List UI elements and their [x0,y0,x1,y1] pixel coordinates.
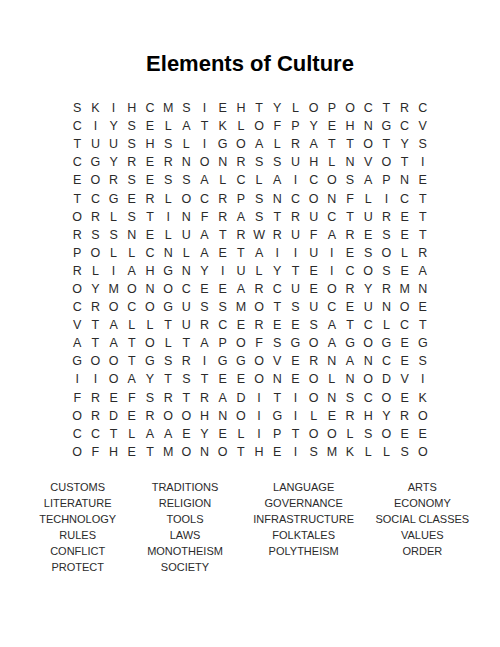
word-list-column: TRADITIONSRELIGIONTOOLSLAWSMONOTHEISMSOC… [131,479,238,575]
grid-cell: L [141,316,159,334]
grid-cell: Y [105,153,123,171]
grid-cell: M [323,443,341,461]
grid-cell: S [159,352,177,370]
grid-cell: S [177,99,195,117]
grid-cell: Y [377,407,395,425]
grid-cell: Y [305,117,323,135]
word-list: CUSTOMSLITERATURETECHNOLOGYRULESCONFLICT… [24,479,476,575]
grid-cell: L [359,189,377,207]
grid-cell: L [177,135,195,153]
grid-cell: H [123,99,141,117]
grid-cell: C [86,189,104,207]
grid-cell: E [341,244,359,262]
grid-cell: H [250,443,268,461]
grid-cell: E [232,316,250,334]
grid-cell: T [377,135,395,153]
grid-cell: O [250,352,268,370]
grid-cell: O [359,334,377,352]
grid-cell: E [141,226,159,244]
grid-cell: S [105,226,123,244]
grid-cell: O [68,280,86,298]
grid-cell: R [86,407,104,425]
grid-cell: V [396,370,414,388]
grid-cell: O [250,117,268,135]
grid-cell: O [105,370,123,388]
grid-cell: U [305,244,323,262]
word-item: GOVERNANCE [239,495,369,511]
grid-cell: N [323,352,341,370]
grid-cell: T [195,117,213,135]
grid-cell: I [214,262,232,280]
grid-cell: G [105,189,123,207]
grid-cell: S [141,389,159,407]
grid-cell: G [68,352,86,370]
grid-cell: E [105,389,123,407]
grid-cell: T [396,153,414,171]
grid-cell: O [341,99,359,117]
grid-cell: N [195,443,213,461]
grid-cell: T [377,99,395,117]
grid-cell: R [341,407,359,425]
grid-cell: O [250,298,268,316]
grid-cell: R [141,189,159,207]
grid-cell: C [305,171,323,189]
word-item: LANGUAGE [239,479,369,495]
word-item: ARTS [369,479,476,495]
grid-cell: C [396,316,414,334]
grid-cell: L [232,117,250,135]
grid-cell: T [268,389,286,407]
grid-cell: T [341,135,359,153]
grid-cell: A [232,208,250,226]
grid-cell: E [396,262,414,280]
grid-cell: U [232,262,250,280]
word-item: TECHNOLOGY [24,511,131,527]
grid-cell: R [377,208,395,226]
grid-cell: I [286,244,304,262]
word-item: FOLKTALES [239,527,369,543]
grid-cell: C [323,298,341,316]
word-search-page: Elements of Culture SKIHCMSIEHTYLOPOCTRC… [0,0,500,647]
grid-cell: O [305,370,323,388]
grid-cell: C [396,117,414,135]
grid-cell: S [159,135,177,153]
grid-cell: T [232,443,250,461]
grid-cell: C [359,316,377,334]
grid-cell: Y [268,262,286,280]
grid-cell: U [177,298,195,316]
grid-cell: A [68,334,86,352]
word-item: SOCIAL CLASSES [369,511,476,527]
grid-cell: L [286,99,304,117]
grid-cell: E [141,117,159,135]
grid-cell: R [195,389,213,407]
grid-cell: P [232,189,250,207]
grid-cell: T [341,316,359,334]
grid-cell: R [414,244,432,262]
grid-cell: G [141,352,159,370]
grid-cell: I [86,117,104,135]
grid-cell: F [305,226,323,244]
grid-cell: L [105,244,123,262]
grid-cell: L [377,443,395,461]
grid-cell: O [250,370,268,388]
grid-cell: A [159,425,177,443]
grid-cell: S [250,153,268,171]
grid-cell: O [159,407,177,425]
grid-cell: C [214,316,232,334]
grid-cell: S [250,208,268,226]
grid-cell: O [359,135,377,153]
grid-cell: O [305,99,323,117]
word-item: PROTECT [24,559,131,575]
word-item: ECONOMY [369,495,476,511]
grid-cell: N [159,244,177,262]
grid-cell: H [232,99,250,117]
grid-cell: L [123,316,141,334]
grid-cell: R [86,208,104,226]
grid-cell: N [141,280,159,298]
grid-cell: H [195,407,213,425]
word-item: TOOLS [131,511,238,527]
grid-cell: O [177,443,195,461]
grid-cell: S [159,171,177,189]
grid-cell: A [105,334,123,352]
grid-cell: H [141,262,159,280]
word-list-column: CUSTOMSLITERATURETECHNOLOGYRULESCONFLICT… [24,479,131,575]
grid-cell: T [141,443,159,461]
grid-cell: I [268,244,286,262]
grid-cell: R [68,226,86,244]
grid-cell: O [232,135,250,153]
grid-cell: G [268,407,286,425]
grid-cell: M [232,298,250,316]
grid-cell: C [286,189,304,207]
grid-cell: L [305,407,323,425]
grid-cell: O [86,171,104,189]
grid-cell: R [123,153,141,171]
grid-cell: G [159,298,177,316]
grid-cell: I [414,370,432,388]
grid-cell: R [195,316,213,334]
grid-cell: L [341,425,359,443]
word-item: TRADITIONS [131,479,238,495]
grid-cell: S [268,153,286,171]
grid-cell: U [86,135,104,153]
grid-cell: R [232,153,250,171]
grid-cell: N [177,153,195,171]
grid-cell: S [86,226,104,244]
grid-cell: E [195,280,213,298]
grid-cell: L [123,425,141,443]
grid-cell: A [195,171,213,189]
grid-cell: I [250,425,268,443]
grid-cell: I [195,99,213,117]
grid-cell: A [177,117,195,135]
grid-cell: O [359,370,377,388]
grid-cell: F [195,208,213,226]
grid-cell: Y [195,425,213,443]
grid-cell: S [123,135,141,153]
word-item: ORDER [369,543,476,559]
grid-cell: I [250,389,268,407]
grid-cell: F [86,443,104,461]
grid-cell: E [396,334,414,352]
grid-cell: R [377,280,395,298]
grid-cell: E [214,244,232,262]
grid-cell: E [396,389,414,407]
grid-cell: S [177,171,195,189]
grid-cell: T [414,189,432,207]
grid-cell: O [323,171,341,189]
grid-cell: C [359,99,377,117]
grid-cell: N [177,208,195,226]
grid-cell: C [86,425,104,443]
grid-cell: A [341,352,359,370]
grid-cell: E [268,316,286,334]
grid-cell: R [341,280,359,298]
grid-cell: K [214,117,232,135]
letter-grid: SKIHCMSIEHTYLOPOCTRCCIYSELATKLOFPYEHNGCV… [0,99,500,461]
grid-cell: E [141,171,159,189]
grid-cell: O [214,443,232,461]
grid-cell: S [359,244,377,262]
grid-cell: V [268,352,286,370]
grid-cell: R [232,226,250,244]
grid-cell: P [214,334,232,352]
grid-cell: S [250,189,268,207]
grid-cell: M [159,99,177,117]
grid-cell: A [123,262,141,280]
grid-cell: C [414,99,432,117]
grid-cell: R [86,298,104,316]
grid-cell: L [323,370,341,388]
word-item: CUSTOMS [24,479,131,495]
grid-cell: G [159,262,177,280]
grid-cell: C [68,117,86,135]
grid-cell: F [68,389,86,407]
grid-cell: O [68,208,86,226]
grid-cell: H [141,135,159,153]
grid-cell: E [323,117,341,135]
grid-cell: O [414,407,432,425]
word-item: LAWS [131,527,238,543]
grid-cell: M [105,280,123,298]
grid-cell: L [159,334,177,352]
grid-cell: E [286,370,304,388]
grid-cell: R [214,189,232,207]
grid-cell: O [123,280,141,298]
grid-cell: G [86,153,104,171]
grid-cell: H [359,407,377,425]
grid-cell: O [396,298,414,316]
grid-cell: I [323,244,341,262]
grid-cell: D [105,407,123,425]
grid-cell: C [341,262,359,280]
grid-cell: T [250,99,268,117]
grid-cell: E [414,425,432,443]
grid-cell: O [305,389,323,407]
grid-cell: O [68,443,86,461]
grid-cell: R [141,407,159,425]
grid-cell: I [195,352,213,370]
grid-cell: Y [396,135,414,153]
grid-cell: I [286,443,304,461]
grid-cell: C [232,171,250,189]
grid-cell: W [250,226,268,244]
grid-cell: I [250,407,268,425]
grid-cell: A [305,135,323,153]
grid-cell: F [123,389,141,407]
grid-cell: T [141,208,159,226]
grid-cell: O [359,262,377,280]
grid-cell: R [86,389,104,407]
grid-cell: N [268,189,286,207]
grid-cell: T [268,298,286,316]
grid-cell: C [396,189,414,207]
grid-cell: T [159,316,177,334]
grid-cell: L [214,171,232,189]
grid-cell: I [86,370,104,388]
grid-cell: S [341,389,359,407]
grid-cell: T [286,262,304,280]
grid-cell: A [414,262,432,280]
grid-cell: E [359,226,377,244]
grid-cell: L [159,117,177,135]
grid-cell: S [286,298,304,316]
grid-cell: S [123,171,141,189]
puzzle-title: Elements of Culture [0,0,500,77]
grid-cell: C [68,425,86,443]
grid-cell: I [414,153,432,171]
word-item: MONOTHEISM [131,543,238,559]
grid-cell: S [123,117,141,135]
grid-cell: G [341,334,359,352]
word-item: RULES [24,527,131,543]
grid-cell: R [286,135,304,153]
grid-cell: A [323,334,341,352]
word-item: LITERATURE [24,495,131,511]
grid-cell: G [214,135,232,153]
grid-cell: N [323,189,341,207]
grid-cell: C [123,298,141,316]
grid-cell: N [341,153,359,171]
grid-cell: O [68,407,86,425]
grid-cell: R [286,208,304,226]
grid-cell: T [123,352,141,370]
grid-cell: N [359,352,377,370]
grid-cell: I [105,262,123,280]
grid-cell: O [232,407,250,425]
grid-cell: C [68,298,86,316]
grid-cell: L [250,171,268,189]
grid-cell: G [377,334,395,352]
grid-cell: A [323,226,341,244]
grid-cell: T [414,226,432,244]
grid-cell: P [323,99,341,117]
grid-cell: L [123,244,141,262]
grid-cell: P [268,425,286,443]
grid-cell: N [359,117,377,135]
grid-cell: C [141,99,159,117]
grid-cell: I [159,208,177,226]
grid-cell: A [105,316,123,334]
grid-cell: O [159,280,177,298]
grid-cell: O [105,298,123,316]
grid-cell: Y [195,262,213,280]
grid-cell: G [414,334,432,352]
grid-cell: T [105,425,123,443]
grid-cell: E [414,298,432,316]
grid-cell: G [377,117,395,135]
grid-cell: N [341,370,359,388]
grid-cell: L [177,244,195,262]
grid-cell: N [214,153,232,171]
grid-cell: N [123,226,141,244]
grid-cell: S [377,226,395,244]
grid-cell: E [323,407,341,425]
grid-cell: L [105,208,123,226]
grid-cell: H [341,117,359,135]
grid-cell: S [177,370,195,388]
grid-cell: O [305,189,323,207]
grid-cell: T [232,244,250,262]
word-item: VALUES [369,527,476,543]
grid-cell: U [177,226,195,244]
grid-cell: T [177,334,195,352]
grid-cell: R [250,316,268,334]
grid-cell: I [323,262,341,280]
grid-cell: S [195,298,213,316]
grid-cell: T [214,226,232,244]
grid-cell: U [286,153,304,171]
grid-cell: C [268,280,286,298]
grid-cell: T [286,425,304,443]
grid-cell: U [305,298,323,316]
grid-cell: O [377,153,395,171]
grid-cell: N [396,171,414,189]
grid-cell: N [414,280,432,298]
grid-cell: L [159,189,177,207]
grid-cell: E [268,443,286,461]
grid-cell: L [86,262,104,280]
grid-cell: O [377,389,395,407]
grid-cell: O [305,334,323,352]
grid-cell: A [195,226,213,244]
grid-cell: M [396,280,414,298]
grid-cell: U [177,316,195,334]
grid-cell: G [286,334,304,352]
grid-cell: T [195,370,213,388]
grid-cell: P [377,171,395,189]
grid-cell: P [286,117,304,135]
grid-cell: T [177,389,195,407]
grid-cell: I [286,407,304,425]
grid-cell: C [359,389,377,407]
grid-cell: T [341,208,359,226]
grid-cell: V [359,153,377,171]
grid-cell: E [305,280,323,298]
grid-cell: A [268,171,286,189]
grid-cell: A [141,425,159,443]
grid-cell: R [159,153,177,171]
grid-cell: T [86,316,104,334]
grid-cell: C [195,189,213,207]
grid-cell: V [68,316,86,334]
grid-cell: S [414,135,432,153]
grid-cell: R [396,407,414,425]
grid-cell: S [123,208,141,226]
